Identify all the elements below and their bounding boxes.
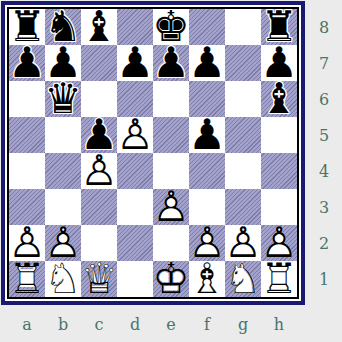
square-c8[interactable]: ♝ [81, 9, 117, 45]
square-a6[interactable] [9, 81, 45, 117]
square-b5[interactable] [45, 117, 81, 153]
file-label-h: h [261, 307, 297, 341]
square-c1[interactable]: ♛♕ [81, 261, 117, 297]
rank-label-2: 2 [307, 225, 341, 261]
black-pawn-f7[interactable]: ♟ [189, 45, 225, 81]
file-labels: abcdefgh [9, 307, 297, 341]
white-pawn-c4[interactable]: ♟♙ [81, 153, 117, 189]
square-d1[interactable] [117, 261, 153, 297]
file-label-d: d [117, 307, 153, 341]
black-bishop-icon: ♝ [261, 81, 297, 117]
board-frame: ♜♞♝♚♜♟♟♟♟♟♟♛♝♟♟♙♟♟♙♟♙♟♙♟♙♟♙♟♙♟♙♜♖♞♘♛♕♚♔♝… [1, 1, 305, 305]
square-h1[interactable]: ♜♖ [261, 261, 297, 297]
white-queen-c1[interactable]: ♛♕ [81, 261, 117, 297]
square-a4[interactable] [9, 153, 45, 189]
square-g8[interactable] [225, 9, 261, 45]
black-bishop-c8[interactable]: ♝ [81, 9, 117, 45]
square-h4[interactable] [261, 153, 297, 189]
square-e5[interactable] [153, 117, 189, 153]
square-e1[interactable]: ♚♔ [153, 261, 189, 297]
file-label-e: e [153, 307, 189, 341]
square-g4[interactable] [225, 153, 261, 189]
rank-label-7: 7 [307, 45, 341, 81]
black-bishop-h6[interactable]: ♝ [261, 81, 297, 117]
square-d2[interactable] [117, 225, 153, 261]
rank-labels: 87654321 [307, 9, 341, 297]
white-knight-outline-icon: ♘ [225, 261, 261, 297]
white-pawn-outline-icon: ♙ [117, 117, 153, 153]
black-pawn-icon: ♟ [189, 45, 225, 81]
rank-label-6: 6 [307, 81, 341, 117]
square-e3[interactable]: ♟♙ [153, 189, 189, 225]
black-queen-b6[interactable]: ♛ [45, 81, 81, 117]
chess-diagram: ♜♞♝♚♜♟♟♟♟♟♟♛♝♟♟♙♟♟♙♟♙♟♙♟♙♟♙♟♙♟♙♜♖♞♘♛♕♚♔♝… [0, 0, 342, 342]
square-d7[interactable]: ♟ [117, 45, 153, 81]
file-label-c: c [81, 307, 117, 341]
square-f4[interactable] [189, 153, 225, 189]
square-d4[interactable] [117, 153, 153, 189]
white-knight-g1[interactable]: ♞♘ [225, 261, 261, 297]
square-a1[interactable]: ♜♖ [9, 261, 45, 297]
white-pawn-e3[interactable]: ♟♙ [153, 189, 189, 225]
white-knight-outline-icon: ♘ [45, 261, 81, 297]
file-label-f: f [189, 307, 225, 341]
white-queen-outline-icon: ♕ [81, 261, 117, 297]
black-pawn-f5[interactable]: ♟ [189, 117, 225, 153]
white-bishop-f1[interactable]: ♝♗ [189, 261, 225, 297]
file-label-b: b [45, 307, 81, 341]
square-g6[interactable] [225, 81, 261, 117]
black-pawn-icon: ♟ [189, 117, 225, 153]
square-g5[interactable] [225, 117, 261, 153]
black-pawn-icon: ♟ [153, 45, 189, 81]
square-h6[interactable]: ♝ [261, 81, 297, 117]
square-a5[interactable] [9, 117, 45, 153]
black-pawn-d7[interactable]: ♟ [117, 45, 153, 81]
square-d3[interactable] [117, 189, 153, 225]
black-bishop-icon: ♝ [81, 9, 117, 45]
square-e7[interactable]: ♟ [153, 45, 189, 81]
square-b1[interactable]: ♞♘ [45, 261, 81, 297]
square-e6[interactable] [153, 81, 189, 117]
black-pawn-icon: ♟ [117, 45, 153, 81]
square-b6[interactable]: ♛ [45, 81, 81, 117]
white-pawn-outline-icon: ♙ [153, 189, 189, 225]
white-rook-a1[interactable]: ♜♖ [9, 261, 45, 297]
square-f5[interactable]: ♟ [189, 117, 225, 153]
square-c7[interactable] [81, 45, 117, 81]
square-d5[interactable]: ♟♙ [117, 117, 153, 153]
rank-label-4: 4 [307, 153, 341, 189]
black-queen-icon: ♛ [45, 81, 81, 117]
black-pawn-e7[interactable]: ♟ [153, 45, 189, 81]
square-f7[interactable]: ♟ [189, 45, 225, 81]
white-king-e1[interactable]: ♚♔ [153, 261, 189, 297]
white-rook-outline-icon: ♖ [261, 261, 297, 297]
square-b4[interactable] [45, 153, 81, 189]
white-rook-h1[interactable]: ♜♖ [261, 261, 297, 297]
square-h5[interactable] [261, 117, 297, 153]
file-label-a: a [9, 307, 45, 341]
black-pawn-a7[interactable]: ♟ [9, 45, 45, 81]
rank-label-1: 1 [307, 261, 341, 297]
square-c3[interactable] [81, 189, 117, 225]
rank-label-3: 3 [307, 189, 341, 225]
square-g7[interactable] [225, 45, 261, 81]
rank-label-8: 8 [307, 9, 341, 45]
square-f1[interactable]: ♝♗ [189, 261, 225, 297]
white-pawn-outline-icon: ♙ [81, 153, 117, 189]
white-king-outline-icon: ♔ [153, 261, 189, 297]
board-grid: ♜♞♝♚♜♟♟♟♟♟♟♛♝♟♟♙♟♟♙♟♙♟♙♟♙♟♙♟♙♟♙♜♖♞♘♛♕♚♔♝… [7, 7, 299, 299]
rank-label-5: 5 [307, 117, 341, 153]
white-knight-b1[interactable]: ♞♘ [45, 261, 81, 297]
square-c4[interactable]: ♟♙ [81, 153, 117, 189]
black-pawn-icon: ♟ [9, 45, 45, 81]
file-label-g: g [225, 307, 261, 341]
white-pawn-d5[interactable]: ♟♙ [117, 117, 153, 153]
square-a7[interactable]: ♟ [9, 45, 45, 81]
white-bishop-outline-icon: ♗ [189, 261, 225, 297]
white-rook-outline-icon: ♖ [9, 261, 45, 297]
square-g1[interactable]: ♞♘ [225, 261, 261, 297]
